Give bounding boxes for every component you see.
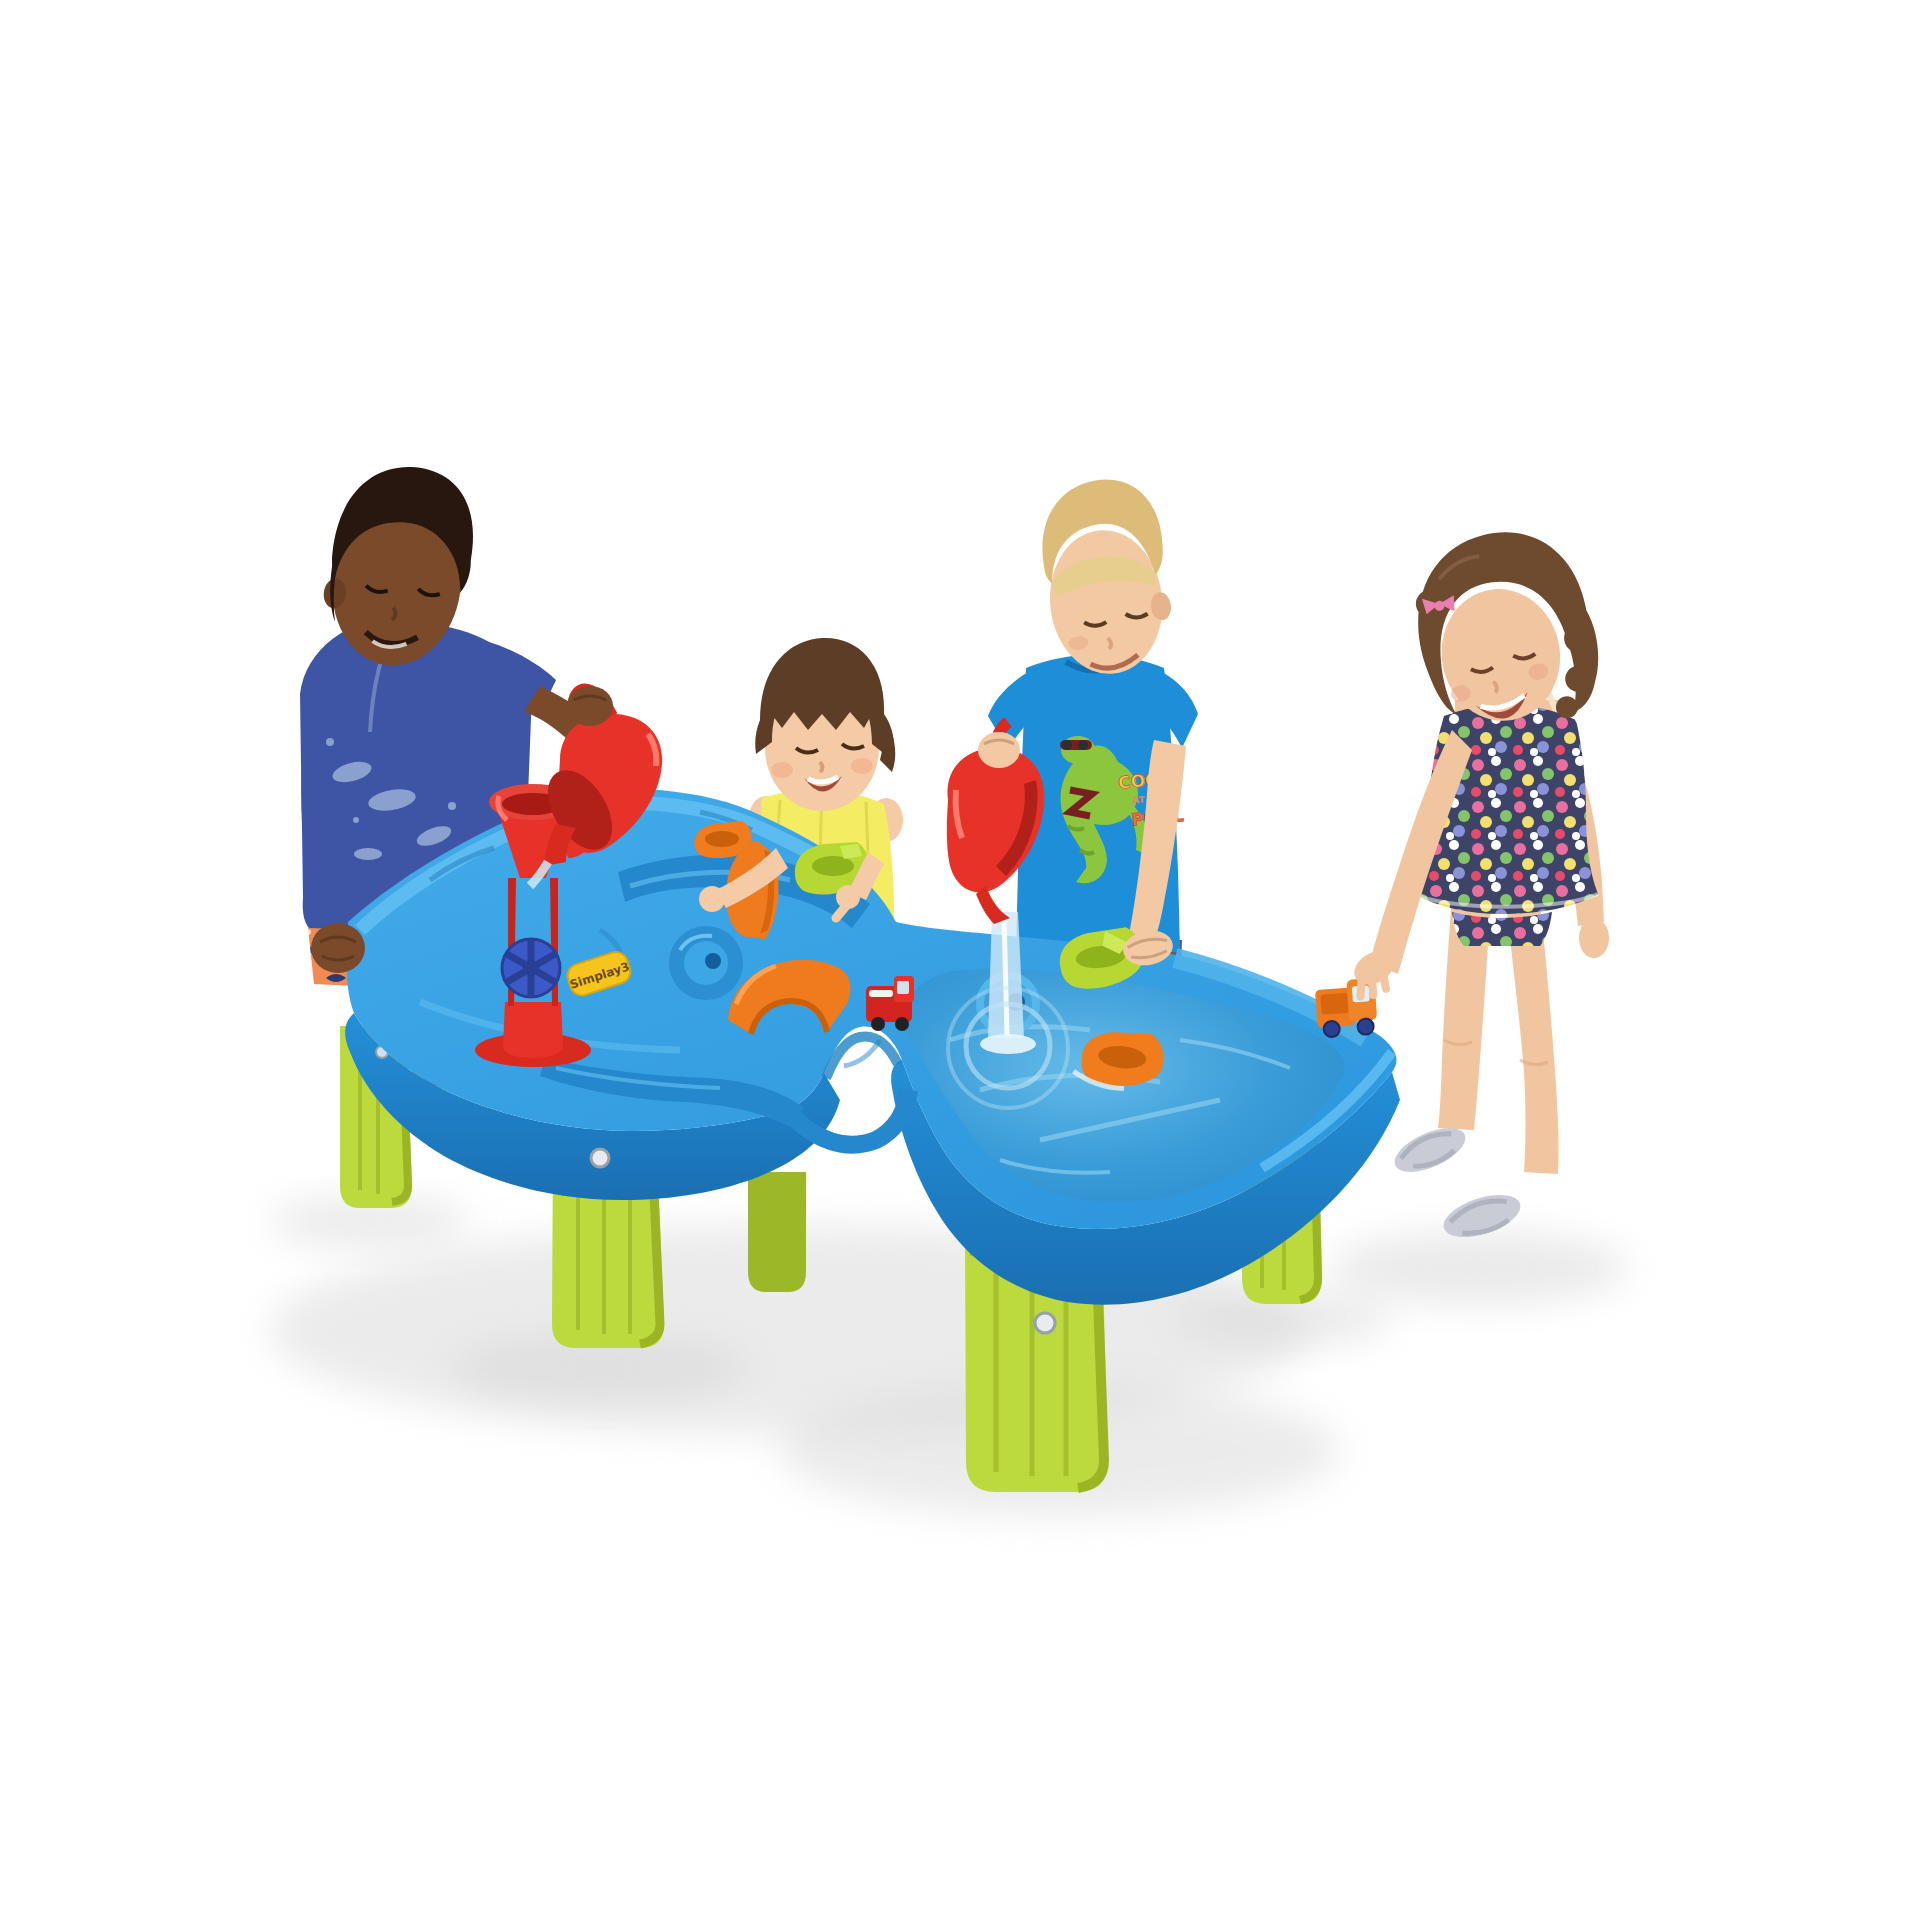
child-boy-blond: COOL AT THE POOL: [988, 474, 1198, 1008]
toddler-blush: [771, 762, 793, 778]
water-wheel: [502, 939, 560, 997]
boy-blond-right-hand: [978, 732, 1020, 768]
vortex-spinner: [669, 926, 743, 1000]
boy-blond-head: [1035, 474, 1177, 680]
splash: [980, 1034, 1036, 1054]
girl-right-back-hand: [1579, 918, 1609, 958]
table-leg-back: [748, 1172, 806, 1292]
toddler-head: [755, 638, 895, 811]
product-photo: COOL AT THE POOL: [0, 0, 1920, 1920]
girl-right-swimsuit-bottom: [1452, 912, 1552, 946]
toddler-blush: [851, 758, 873, 774]
table-screw: [591, 1149, 609, 1167]
girl-right-head: [1403, 519, 1609, 742]
boy-left-fist: [311, 923, 365, 973]
floor-shadow: [270, 1196, 1628, 1516]
table-screw: [1035, 1313, 1055, 1333]
scoop-spout: [976, 886, 1010, 924]
toddler-hand: [699, 886, 725, 912]
boy-left-hand: [567, 686, 613, 726]
